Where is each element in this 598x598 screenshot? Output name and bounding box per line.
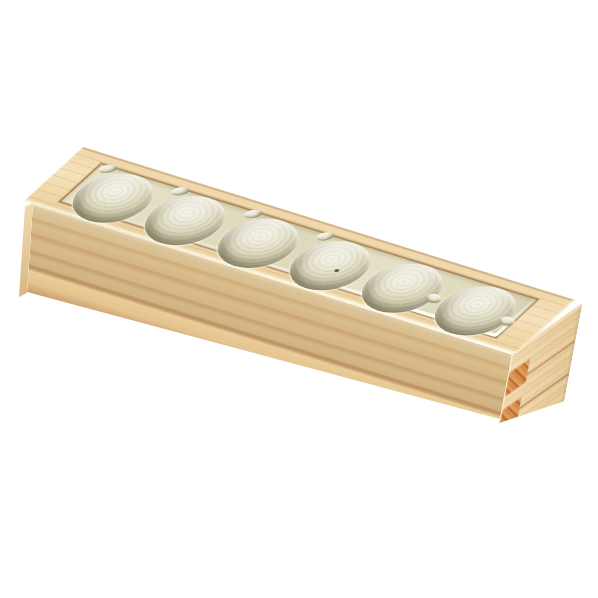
pit-rim-notch: [316, 231, 335, 242]
wood-speck: [333, 269, 340, 273]
pit-rim-notch: [244, 209, 263, 220]
pit-rim-notch: [496, 314, 518, 327]
pit-rim-notch: [99, 164, 118, 175]
pit-rim-notch: [171, 186, 190, 197]
mancala-board-photo: [0, 0, 598, 598]
